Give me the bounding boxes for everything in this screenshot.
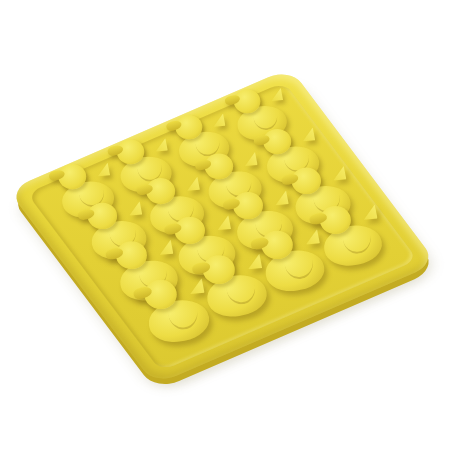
duck-tail <box>185 174 203 193</box>
duck-tail <box>97 161 114 180</box>
duck-tail <box>270 87 286 105</box>
duck-tail <box>243 150 260 169</box>
duck-tail <box>332 164 350 184</box>
duck-tail <box>127 199 145 219</box>
duck-tail <box>155 136 172 154</box>
duck-shape <box>318 205 390 265</box>
product-photo <box>0 0 452 452</box>
duck-tail <box>362 202 381 223</box>
duck-tail <box>212 111 228 129</box>
duck-tail <box>301 125 318 144</box>
